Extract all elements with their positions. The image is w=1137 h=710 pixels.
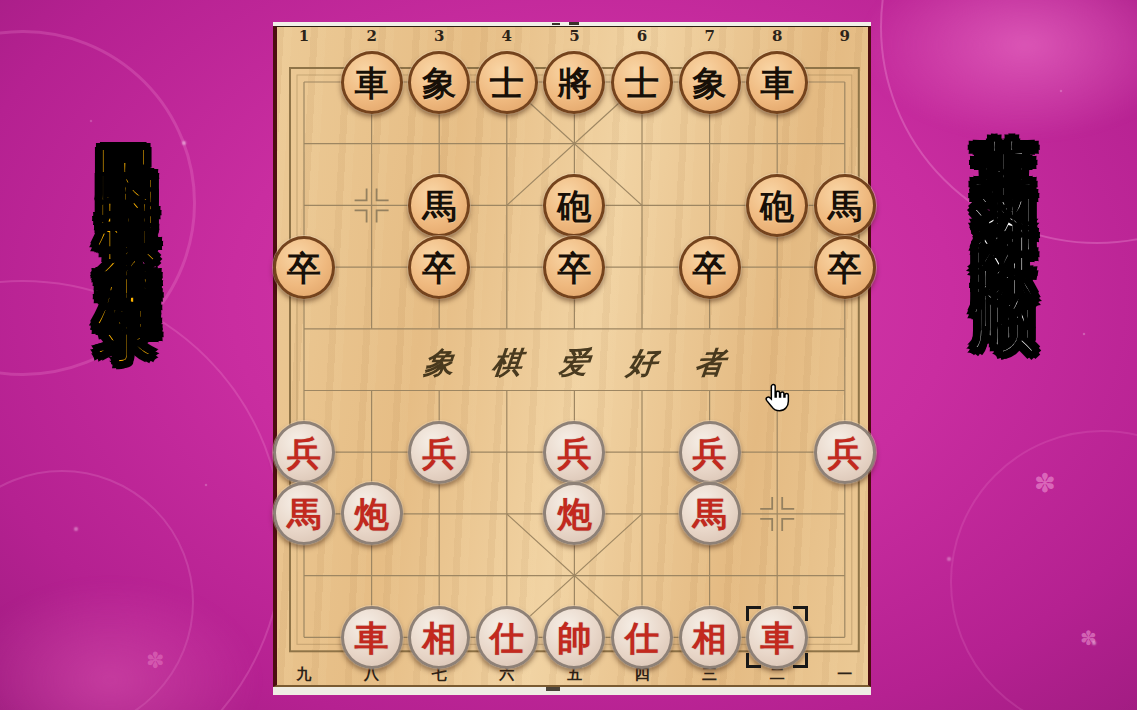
piece-black[interactable]: 卒 bbox=[543, 236, 605, 299]
board-point[interactable]: 相 bbox=[676, 606, 744, 668]
board-point[interactable]: 兵 bbox=[811, 421, 879, 483]
board-point bbox=[676, 113, 744, 175]
piece-red[interactable]: 相 bbox=[679, 606, 741, 669]
piece-black[interactable]: 將 bbox=[543, 51, 605, 114]
board-point[interactable]: 車 bbox=[743, 51, 811, 113]
board-point bbox=[270, 175, 338, 237]
board-point bbox=[743, 483, 811, 545]
board-point bbox=[338, 236, 406, 298]
board-point[interactable]: 將 bbox=[541, 51, 609, 113]
board-point bbox=[270, 113, 338, 175]
file-label: 6 bbox=[631, 27, 653, 45]
board-point bbox=[338, 298, 406, 360]
board-point bbox=[473, 421, 541, 483]
board-point bbox=[608, 360, 676, 422]
piece-red[interactable]: 兵 bbox=[408, 421, 470, 484]
board-point bbox=[405, 545, 473, 607]
board-point[interactable]: 炮 bbox=[541, 483, 609, 545]
board-point bbox=[541, 113, 609, 175]
piece-red[interactable]: 炮 bbox=[543, 482, 605, 545]
board-point[interactable]: 帥 bbox=[541, 606, 609, 668]
piece-black[interactable]: 車 bbox=[746, 51, 808, 114]
board-point[interactable]: 兵 bbox=[405, 421, 473, 483]
edge-fragment bbox=[569, 22, 579, 25]
file-label: 7 bbox=[699, 27, 721, 45]
piece-black[interactable]: 象 bbox=[408, 51, 470, 114]
hand-cursor-icon bbox=[763, 383, 791, 413]
window-edge-bottom bbox=[273, 687, 871, 695]
piece-red[interactable]: 兵 bbox=[543, 421, 605, 484]
piece-red[interactable]: 兵 bbox=[814, 421, 876, 484]
board-point[interactable]: 相 bbox=[405, 606, 473, 668]
piece-red[interactable]: 馬 bbox=[273, 482, 335, 545]
board-point[interactable]: 卒 bbox=[676, 236, 744, 298]
board-point bbox=[541, 298, 609, 360]
board-point bbox=[338, 113, 406, 175]
board-point bbox=[676, 175, 744, 237]
board-point bbox=[743, 298, 811, 360]
board-point bbox=[743, 236, 811, 298]
piece-red[interactable]: 仕 bbox=[476, 606, 538, 669]
board-point bbox=[473, 175, 541, 237]
board-point bbox=[608, 113, 676, 175]
board-point[interactable]: 卒 bbox=[811, 236, 879, 298]
swirl-decoration bbox=[950, 430, 1137, 710]
board-point bbox=[608, 483, 676, 545]
sparkle-decoration bbox=[0, 0, 2, 2]
board-point bbox=[811, 545, 879, 607]
file-label: 1 bbox=[293, 27, 315, 45]
board-point bbox=[811, 483, 879, 545]
board-point[interactable]: 仕 bbox=[608, 606, 676, 668]
window-edge-top bbox=[273, 22, 871, 26]
board-point bbox=[743, 421, 811, 483]
board-point bbox=[405, 298, 473, 360]
board-point[interactable]: 車 bbox=[743, 606, 811, 668]
board-point[interactable]: 車 bbox=[338, 51, 406, 113]
board-point bbox=[811, 606, 879, 668]
piece-black[interactable]: 砲 bbox=[543, 174, 605, 237]
board-point[interactable]: 士 bbox=[473, 51, 541, 113]
board-point bbox=[743, 545, 811, 607]
board-point bbox=[608, 421, 676, 483]
piece-black[interactable]: 卒 bbox=[408, 236, 470, 299]
last-move-marker bbox=[793, 653, 808, 668]
piece-red[interactable]: 炮 bbox=[341, 482, 403, 545]
board-point bbox=[270, 360, 338, 422]
board-point[interactable]: 士 bbox=[608, 51, 676, 113]
board-point[interactable]: 卒 bbox=[541, 236, 609, 298]
board-point bbox=[338, 360, 406, 422]
board-point[interactable]: 炮 bbox=[338, 483, 406, 545]
board-point bbox=[811, 51, 879, 113]
file-label: 5 bbox=[563, 27, 585, 45]
board-point[interactable]: 砲 bbox=[743, 175, 811, 237]
board-point bbox=[608, 545, 676, 607]
piece-black[interactable]: 車 bbox=[341, 51, 403, 114]
file-label: 4 bbox=[496, 27, 518, 45]
piece-red[interactable]: 仕 bbox=[611, 606, 673, 669]
piece-black[interactable]: 馬 bbox=[408, 174, 470, 237]
board-point bbox=[405, 360, 473, 422]
board-point[interactable]: 馬 bbox=[676, 483, 744, 545]
board-point bbox=[270, 51, 338, 113]
piece-black[interactable]: 士 bbox=[476, 51, 538, 114]
xiangqi-board[interactable]: 123456789 九八七六五四三二一 象棋爱好者 車象士將士象車馬砲砲馬卒卒卒… bbox=[273, 22, 871, 695]
board-point bbox=[541, 360, 609, 422]
board-point bbox=[676, 545, 744, 607]
piece-red[interactable]: 帥 bbox=[543, 606, 605, 669]
board-point[interactable]: 兵 bbox=[270, 421, 338, 483]
piece-grid: 車象士將士象車馬砲砲馬卒卒卒卒卒兵兵兵兵兵馬炮炮馬車相仕帥仕相車 bbox=[270, 51, 878, 668]
board-point bbox=[473, 360, 541, 422]
piece-red[interactable]: 兵 bbox=[273, 421, 335, 484]
piece-red[interactable]: 相 bbox=[408, 606, 470, 669]
board-point[interactable]: 兵 bbox=[541, 421, 609, 483]
board-point bbox=[405, 113, 473, 175]
board-point bbox=[676, 360, 744, 422]
board-point[interactable]: 卒 bbox=[270, 236, 338, 298]
board-point bbox=[473, 298, 541, 360]
piece-black[interactable]: 砲 bbox=[746, 174, 808, 237]
players-title-right: 董文渊对陈松顺 bbox=[973, 85, 1037, 267]
board-point bbox=[338, 175, 406, 237]
board-point bbox=[608, 298, 676, 360]
board-point bbox=[338, 545, 406, 607]
board-point[interactable]: 馬 bbox=[811, 175, 879, 237]
piece-black[interactable]: 卒 bbox=[814, 236, 876, 299]
board-point[interactable]: 象 bbox=[676, 51, 744, 113]
board-point bbox=[541, 545, 609, 607]
piece-red[interactable]: 車 bbox=[341, 606, 403, 669]
board-point[interactable]: 馬 bbox=[405, 175, 473, 237]
edge-fragment bbox=[552, 23, 560, 25]
file-label: 3 bbox=[428, 27, 450, 45]
file-label: 9 bbox=[834, 27, 856, 45]
board-point bbox=[270, 606, 338, 668]
board-point bbox=[473, 545, 541, 607]
board-point[interactable]: 馬 bbox=[270, 483, 338, 545]
board-point bbox=[743, 113, 811, 175]
piece-black[interactable]: 卒 bbox=[273, 236, 335, 299]
file-label: 2 bbox=[361, 27, 383, 45]
board-point[interactable]: 砲 bbox=[541, 175, 609, 237]
board-point bbox=[608, 236, 676, 298]
board-point bbox=[811, 298, 879, 360]
piece-red[interactable]: 馬 bbox=[679, 482, 741, 545]
board-point bbox=[405, 483, 473, 545]
board-point bbox=[270, 298, 338, 360]
edge-fragment bbox=[546, 687, 560, 691]
board-point[interactable]: 仕 bbox=[473, 606, 541, 668]
last-move-marker bbox=[746, 606, 761, 621]
piece-black[interactable]: 馬 bbox=[814, 174, 876, 237]
last-move-marker bbox=[746, 653, 761, 668]
board-point bbox=[811, 360, 879, 422]
board-point[interactable]: 象 bbox=[405, 51, 473, 113]
board-point bbox=[338, 421, 406, 483]
board-point bbox=[811, 113, 879, 175]
file-label: 8 bbox=[766, 27, 788, 45]
board-point[interactable]: 兵 bbox=[676, 421, 744, 483]
board-point[interactable]: 卒 bbox=[405, 236, 473, 298]
board-point bbox=[473, 236, 541, 298]
board-point[interactable]: 車 bbox=[338, 606, 406, 668]
last-move-marker bbox=[793, 606, 808, 621]
board-point bbox=[473, 113, 541, 175]
piece-black[interactable]: 象 bbox=[679, 51, 741, 114]
piece-black[interactable]: 卒 bbox=[679, 236, 741, 299]
piece-red[interactable]: 兵 bbox=[679, 421, 741, 484]
board-point bbox=[608, 175, 676, 237]
board-point bbox=[270, 545, 338, 607]
video-frame: ✽ ✽ ✽ 民国棋王争雄录 董文渊对陈松顺 123456789 九八七六五四三二… bbox=[0, 0, 1137, 710]
piece-black[interactable]: 士 bbox=[611, 51, 673, 114]
board-point bbox=[676, 298, 744, 360]
series-title-left: 民国棋王争雄录 bbox=[96, 96, 160, 278]
board-point bbox=[473, 483, 541, 545]
